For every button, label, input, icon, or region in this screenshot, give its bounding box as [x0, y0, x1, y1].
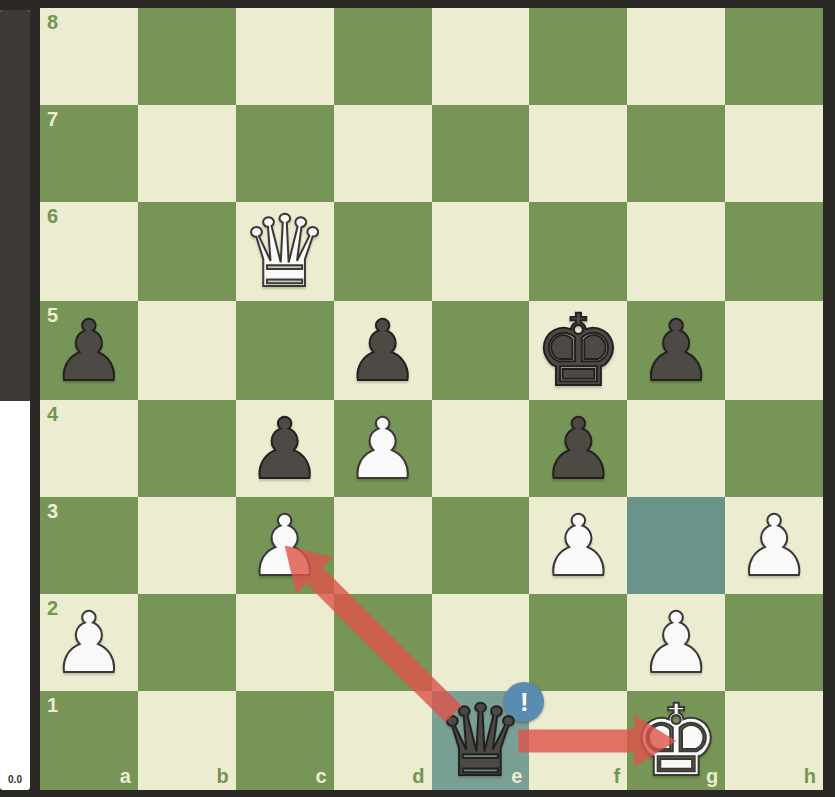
square-d8[interactable]	[334, 8, 432, 105]
square-b6[interactable]	[138, 202, 236, 301]
white-pawn[interactable]: ♟	[51, 601, 126, 685]
square-a7[interactable]: 7	[40, 105, 138, 202]
file-label-d: d	[412, 766, 424, 786]
square-b8[interactable]	[138, 8, 236, 105]
white-pawn[interactable]: ♟	[541, 504, 616, 588]
square-d4[interactable]: ♟	[334, 400, 432, 497]
rank-label-7: 7	[47, 109, 58, 129]
black-pawn[interactable]: ♟	[639, 309, 714, 393]
black-queen[interactable]: ♛	[436, 691, 525, 790]
square-e3[interactable]	[432, 497, 530, 594]
square-h5[interactable]	[725, 301, 823, 400]
white-king[interactable]: ♚	[632, 691, 721, 790]
square-d2[interactable]	[334, 594, 432, 691]
square-h2[interactable]	[725, 594, 823, 691]
white-queen[interactable]: ♛	[240, 202, 329, 301]
white-pawn[interactable]: ♟	[247, 504, 322, 588]
square-d3[interactable]	[334, 497, 432, 594]
square-a3[interactable]: 3	[40, 497, 138, 594]
square-f2[interactable]	[529, 594, 627, 691]
evaluation-score: 0.0	[0, 774, 30, 785]
square-a6[interactable]: 6	[40, 202, 138, 301]
rank-label-1: 1	[47, 695, 58, 715]
square-c8[interactable]	[236, 8, 334, 105]
square-a8[interactable]: 8	[40, 8, 138, 105]
file-label-h: h	[804, 766, 816, 786]
white-pawn[interactable]: ♟	[639, 601, 714, 685]
black-pawn[interactable]: ♟	[247, 407, 322, 491]
evaluation-bar-black-portion	[0, 10, 30, 401]
square-f4[interactable]: ♟	[529, 400, 627, 497]
evaluation-bar: 0.0	[0, 10, 30, 790]
square-e8[interactable]	[432, 8, 530, 105]
square-h3[interactable]: ♟	[725, 497, 823, 594]
square-g2[interactable]: ♟	[627, 594, 725, 691]
square-h4[interactable]	[725, 400, 823, 497]
square-c1[interactable]: c	[236, 691, 334, 790]
square-d6[interactable]	[334, 202, 432, 301]
white-pawn[interactable]: ♟	[345, 407, 420, 491]
rank-label-8: 8	[47, 12, 58, 32]
rank-label-3: 3	[47, 501, 58, 521]
square-b5[interactable]	[138, 301, 236, 400]
square-b1[interactable]: b	[138, 691, 236, 790]
square-a5[interactable]: 5♟	[40, 301, 138, 400]
square-c5[interactable]	[236, 301, 334, 400]
square-e7[interactable]	[432, 105, 530, 202]
square-b4[interactable]	[138, 400, 236, 497]
board[interactable]: ! 876♛5♟♟♚♟4♟♟♟3♟♟♟2♟♟1abcde♛fg♚h	[40, 8, 823, 790]
square-f6[interactable]	[529, 202, 627, 301]
square-c2[interactable]	[236, 594, 334, 691]
square-c3[interactable]: ♟	[236, 497, 334, 594]
square-e4[interactable]	[432, 400, 530, 497]
square-h1[interactable]: h	[725, 691, 823, 790]
square-c7[interactable]	[236, 105, 334, 202]
square-g4[interactable]	[627, 400, 725, 497]
square-g7[interactable]	[627, 105, 725, 202]
square-c6[interactable]: ♛	[236, 202, 334, 301]
square-g1[interactable]: g♚	[627, 691, 725, 790]
square-h7[interactable]	[725, 105, 823, 202]
black-pawn[interactable]: ♟	[51, 309, 126, 393]
square-e2[interactable]	[432, 594, 530, 691]
square-e1[interactable]: e♛	[432, 691, 530, 790]
square-d5[interactable]: ♟	[334, 301, 432, 400]
file-label-a: a	[120, 766, 131, 786]
square-b3[interactable]	[138, 497, 236, 594]
black-pawn[interactable]: ♟	[541, 407, 616, 491]
square-f5[interactable]: ♚	[529, 301, 627, 400]
square-a1[interactable]: 1a	[40, 691, 138, 790]
square-g6[interactable]	[627, 202, 725, 301]
rank-label-6: 6	[47, 206, 58, 226]
file-label-f: f	[614, 766, 621, 786]
black-king[interactable]: ♚	[534, 301, 623, 400]
rank-label-4: 4	[47, 404, 58, 424]
file-label-b: b	[217, 766, 229, 786]
square-h6[interactable]	[725, 202, 823, 301]
square-b7[interactable]	[138, 105, 236, 202]
square-g8[interactable]	[627, 8, 725, 105]
file-label-c: c	[316, 766, 327, 786]
square-h8[interactable]	[725, 8, 823, 105]
square-e6[interactable]	[432, 202, 530, 301]
square-f7[interactable]	[529, 105, 627, 202]
square-g5[interactable]: ♟	[627, 301, 725, 400]
square-f8[interactable]	[529, 8, 627, 105]
square-c4[interactable]: ♟	[236, 400, 334, 497]
square-d1[interactable]: d	[334, 691, 432, 790]
square-f3[interactable]: ♟	[529, 497, 627, 594]
square-d7[interactable]	[334, 105, 432, 202]
black-pawn[interactable]: ♟	[345, 309, 420, 393]
square-a2[interactable]: 2♟	[40, 594, 138, 691]
square-g3[interactable]	[627, 497, 725, 594]
square-e5[interactable]	[432, 301, 530, 400]
square-a4[interactable]: 4	[40, 400, 138, 497]
white-pawn[interactable]: ♟	[736, 504, 811, 588]
square-b2[interactable]	[138, 594, 236, 691]
